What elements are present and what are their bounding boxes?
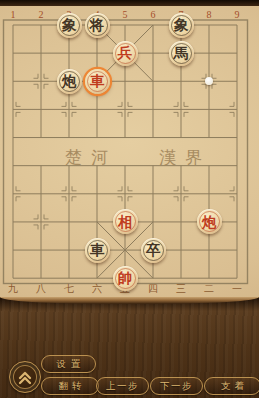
piece-glyph: 炮 bbox=[202, 215, 217, 230]
next-move-button[interactable]: 下一步 bbox=[150, 377, 203, 395]
file-label-top-1: 1 bbox=[5, 9, 21, 21]
file-label-bottom-1: 九 bbox=[5, 283, 21, 295]
expand-button[interactable] bbox=[9, 361, 41, 393]
piece-glyph: 象 bbox=[62, 18, 77, 33]
file-label-bottom-9: 一 bbox=[229, 283, 245, 295]
piece-glyph: 卒 bbox=[146, 243, 161, 258]
file-label-bottom-2: 八 bbox=[33, 283, 49, 295]
river-text-left: 楚河 bbox=[44, 146, 129, 168]
file-label-bottom-4: 六 bbox=[89, 283, 105, 295]
file-label-bottom-8: 二 bbox=[201, 283, 217, 295]
file-label-bottom-6: 四 bbox=[145, 283, 161, 295]
piece-glyph: 車 bbox=[90, 74, 105, 89]
file-label-top-6: 6 bbox=[145, 9, 161, 21]
piece-glyph: 馬 bbox=[174, 46, 189, 61]
piece-glyph: 車 bbox=[90, 243, 105, 258]
black-horse[interactable]: 馬 bbox=[169, 41, 194, 66]
piece-glyph: 象 bbox=[174, 18, 189, 33]
black-pawn[interactable]: 卒 bbox=[141, 238, 166, 263]
hint-button[interactable]: 支着 bbox=[204, 377, 259, 395]
piece-glyph: 炮 bbox=[62, 74, 77, 89]
settings-button[interactable]: 设置 bbox=[41, 355, 96, 373]
file-label-top-9: 9 bbox=[229, 9, 245, 21]
file-label-top-5: 5 bbox=[117, 9, 133, 21]
red-elephant[interactable]: 相 bbox=[113, 209, 138, 234]
piece-glyph: 相 bbox=[118, 215, 133, 230]
file-label-bottom-7: 三 bbox=[173, 283, 189, 295]
file-label-bottom-3: 七 bbox=[61, 283, 77, 295]
file-label-top-8: 8 bbox=[201, 9, 217, 21]
red-cannon[interactable]: 炮 bbox=[197, 209, 222, 234]
black-general[interactable]: 将 bbox=[85, 13, 110, 38]
piece-glyph: 帥 bbox=[118, 271, 133, 286]
red-chariot[interactable]: 車 bbox=[85, 69, 110, 94]
black-elephant[interactable]: 象 bbox=[169, 13, 194, 38]
chevrons-up-icon bbox=[14, 366, 36, 388]
app-screen: 楚河 漢界 设置 翻转 上一步 下一步 支着 123456789九八七六五四三二… bbox=[0, 0, 259, 398]
piece-glyph: 将 bbox=[90, 18, 105, 33]
red-pawn[interactable]: 兵 bbox=[113, 41, 138, 66]
river-text-right: 漢界 bbox=[138, 146, 223, 168]
black-elephant[interactable]: 象 bbox=[57, 13, 82, 38]
red-general[interactable]: 帥 bbox=[113, 266, 138, 291]
file-label-top-2: 2 bbox=[33, 9, 49, 21]
previous-move-button[interactable]: 上一步 bbox=[96, 377, 149, 395]
black-cannon[interactable]: 炮 bbox=[57, 69, 82, 94]
black-chariot[interactable]: 車 bbox=[85, 238, 110, 263]
top-edge bbox=[0, 0, 259, 6]
flip-board-button[interactable]: 翻转 bbox=[41, 377, 99, 395]
piece-glyph: 兵 bbox=[118, 46, 133, 61]
